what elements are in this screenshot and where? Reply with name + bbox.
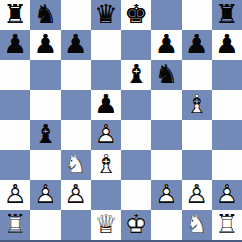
white-bishop[interactable]: ♝♗ — [91, 150, 121, 180]
black-bishop[interactable]: ♝♗ — [30, 120, 60, 150]
white-queen[interactable]: ♛♕ — [91, 210, 121, 240]
square-b8[interactable]: ♞♘ — [30, 0, 60, 30]
square-h4[interactable] — [212, 120, 242, 150]
white-bishop[interactable]: ♝♗ — [182, 90, 212, 120]
square-f7[interactable]: ♟♙ — [151, 30, 181, 60]
square-b5[interactable] — [30, 90, 60, 120]
white-pawn-outline-icon: ♙ — [182, 181, 212, 207]
white-pawn-outline-icon: ♙ — [91, 121, 121, 147]
white-pawn-icon: ♟ — [151, 181, 181, 207]
white-king[interactable]: ♚♔ — [121, 210, 151, 240]
square-a6[interactable] — [0, 60, 30, 90]
black-rook[interactable]: ♜♖ — [212, 0, 242, 30]
square-a5[interactable] — [0, 90, 30, 120]
black-knight[interactable]: ♞♘ — [151, 60, 181, 90]
white-pawn-icon: ♟ — [91, 121, 121, 147]
black-bishop-icon: ♝ — [121, 61, 151, 87]
white-rook[interactable]: ♜♖ — [0, 210, 30, 240]
square-h8[interactable]: ♜♖ — [212, 0, 242, 30]
white-pawn-outline-icon: ♙ — [212, 181, 242, 207]
square-g7[interactable]: ♟♙ — [182, 30, 212, 60]
square-b1[interactable] — [30, 210, 60, 240]
square-a4[interactable] — [0, 120, 30, 150]
square-d4[interactable]: ♟♙ — [91, 120, 121, 150]
white-pawn[interactable]: ♟♙ — [61, 180, 91, 210]
square-e4[interactable] — [121, 120, 151, 150]
black-pawn-outline-icon: ♙ — [212, 31, 242, 57]
square-b6[interactable] — [30, 60, 60, 90]
black-queen-outline-icon: ♕ — [91, 1, 121, 27]
white-knight-outline-icon: ♘ — [61, 151, 91, 177]
black-pawn-icon: ♟ — [182, 31, 212, 57]
square-g6[interactable] — [182, 60, 212, 90]
square-f2[interactable]: ♟♙ — [151, 180, 181, 210]
black-pawn[interactable]: ♟♙ — [61, 30, 91, 60]
square-c4[interactable] — [61, 120, 91, 150]
square-b2[interactable]: ♟♙ — [30, 180, 60, 210]
black-knight-icon: ♞ — [30, 1, 60, 27]
square-h2[interactable]: ♟♙ — [212, 180, 242, 210]
white-bishop-icon: ♝ — [182, 91, 212, 117]
white-pawn-icon: ♟ — [0, 181, 30, 207]
white-rook-icon: ♜ — [0, 211, 30, 237]
square-d7[interactable] — [91, 30, 121, 60]
black-pawn[interactable]: ♟♙ — [151, 30, 181, 60]
square-f6[interactable]: ♞♘ — [151, 60, 181, 90]
square-h7[interactable]: ♟♙ — [212, 30, 242, 60]
square-h1[interactable]: ♜♖ — [212, 210, 242, 240]
square-b7[interactable]: ♟♙ — [30, 30, 60, 60]
square-f8[interactable] — [151, 0, 181, 30]
square-f1[interactable] — [151, 210, 181, 240]
black-pawn-outline-icon: ♙ — [151, 31, 181, 57]
black-bishop-outline-icon: ♗ — [30, 121, 60, 147]
square-f3[interactable] — [151, 150, 181, 180]
square-e5[interactable] — [121, 90, 151, 120]
black-king[interactable]: ♚♔ — [121, 0, 151, 30]
black-pawn-outline-icon: ♙ — [61, 31, 91, 57]
white-pawn-icon: ♟ — [30, 181, 60, 207]
square-g8[interactable] — [182, 0, 212, 30]
black-knight[interactable]: ♞♘ — [30, 0, 60, 30]
white-knight-icon: ♞ — [61, 151, 91, 177]
square-h6[interactable] — [212, 60, 242, 90]
square-d6[interactable] — [91, 60, 121, 90]
square-e2[interactable] — [121, 180, 151, 210]
black-knight-icon: ♞ — [151, 61, 181, 87]
black-pawn-icon: ♟ — [61, 31, 91, 57]
black-pawn-icon: ♟ — [151, 31, 181, 57]
black-pawn-icon: ♟ — [0, 31, 30, 57]
chess-board: ♜♖♞♘♛♕♚♔♜♖♟♙♟♙♟♙♟♙♟♙♟♙♝♗♞♘♟♙♝♗♝♗♟♙♞♘♝♗♟♙… — [0, 0, 242, 242]
square-a1[interactable]: ♜♖ — [0, 210, 30, 240]
white-bishop-icon: ♝ — [91, 151, 121, 177]
white-rook[interactable]: ♜♖ — [212, 210, 242, 240]
white-rook-icon: ♜ — [212, 211, 242, 237]
square-d2[interactable] — [91, 180, 121, 210]
square-c7[interactable]: ♟♙ — [61, 30, 91, 60]
square-a2[interactable]: ♟♙ — [0, 180, 30, 210]
black-rook-icon: ♜ — [0, 1, 30, 27]
square-d8[interactable]: ♛♕ — [91, 0, 121, 30]
square-b4[interactable]: ♝♗ — [30, 120, 60, 150]
white-pawn[interactable]: ♟♙ — [30, 180, 60, 210]
white-rook-outline-icon: ♖ — [212, 211, 242, 237]
white-king-icon: ♚ — [121, 211, 151, 237]
square-c5[interactable] — [61, 90, 91, 120]
white-knight[interactable]: ♞♘ — [61, 150, 91, 180]
square-d3[interactable]: ♝♗ — [91, 150, 121, 180]
black-pawn[interactable]: ♟♙ — [182, 30, 212, 60]
white-pawn-outline-icon: ♙ — [30, 181, 60, 207]
square-c8[interactable] — [61, 0, 91, 30]
square-a7[interactable]: ♟♙ — [0, 30, 30, 60]
white-queen-icon: ♛ — [91, 211, 121, 237]
black-king-outline-icon: ♔ — [121, 1, 151, 27]
black-rook-icon: ♜ — [212, 1, 242, 27]
black-pawn-icon: ♟ — [30, 31, 60, 57]
black-bishop-outline-icon: ♗ — [121, 61, 151, 87]
white-knight-icon: ♞ — [182, 211, 212, 237]
square-d1[interactable]: ♛♕ — [91, 210, 121, 240]
white-knight[interactable]: ♞♘ — [182, 210, 212, 240]
square-h3[interactable] — [212, 150, 242, 180]
white-pawn[interactable]: ♟♙ — [151, 180, 181, 210]
square-d5[interactable]: ♟♙ — [91, 90, 121, 120]
square-a3[interactable] — [0, 150, 30, 180]
white-pawn-outline-icon: ♙ — [151, 181, 181, 207]
white-queen-outline-icon: ♕ — [91, 211, 121, 237]
white-pawn-outline-icon: ♙ — [0, 181, 30, 207]
white-bishop-outline-icon: ♗ — [91, 151, 121, 177]
black-queen[interactable]: ♛♕ — [91, 0, 121, 30]
square-g1[interactable]: ♞♘ — [182, 210, 212, 240]
black-rook-outline-icon: ♖ — [212, 1, 242, 27]
white-pawn[interactable]: ♟♙ — [91, 120, 121, 150]
black-knight-outline-icon: ♘ — [30, 1, 60, 27]
square-b3[interactable] — [30, 150, 60, 180]
white-pawn-icon: ♟ — [61, 181, 91, 207]
black-pawn-outline-icon: ♙ — [182, 31, 212, 57]
black-rook-outline-icon: ♖ — [0, 1, 30, 27]
black-bishop-icon: ♝ — [30, 121, 60, 147]
black-pawn-outline-icon: ♙ — [0, 31, 30, 57]
black-bishop[interactable]: ♝♗ — [121, 60, 151, 90]
square-e8[interactable]: ♚♔ — [121, 0, 151, 30]
black-pawn[interactable]: ♟♙ — [91, 90, 121, 120]
square-c6[interactable] — [61, 60, 91, 90]
white-pawn[interactable]: ♟♙ — [0, 180, 30, 210]
white-rook-outline-icon: ♖ — [0, 211, 30, 237]
black-pawn[interactable]: ♟♙ — [212, 30, 242, 60]
white-pawn[interactable]: ♟♙ — [182, 180, 212, 210]
white-pawn-outline-icon: ♙ — [61, 181, 91, 207]
black-pawn-outline-icon: ♙ — [30, 31, 60, 57]
square-c1[interactable] — [61, 210, 91, 240]
square-c2[interactable]: ♟♙ — [61, 180, 91, 210]
square-f4[interactable] — [151, 120, 181, 150]
square-e1[interactable]: ♚♔ — [121, 210, 151, 240]
square-c3[interactable]: ♞♘ — [61, 150, 91, 180]
square-g2[interactable]: ♟♙ — [182, 180, 212, 210]
square-g3[interactable] — [182, 150, 212, 180]
square-e6[interactable]: ♝♗ — [121, 60, 151, 90]
square-h5[interactable] — [212, 90, 242, 120]
square-g5[interactable]: ♝♗ — [182, 90, 212, 120]
black-king-icon: ♚ — [121, 1, 151, 27]
black-pawn-icon: ♟ — [91, 91, 121, 117]
white-bishop-outline-icon: ♗ — [182, 91, 212, 117]
square-f5[interactable] — [151, 90, 181, 120]
white-pawn-icon: ♟ — [182, 181, 212, 207]
white-knight-outline-icon: ♘ — [182, 211, 212, 237]
black-pawn[interactable]: ♟♙ — [0, 30, 30, 60]
white-pawn-icon: ♟ — [212, 181, 242, 207]
black-rook[interactable]: ♜♖ — [0, 0, 30, 30]
white-king-outline-icon: ♔ — [121, 211, 151, 237]
square-e7[interactable] — [121, 30, 151, 60]
white-pawn[interactable]: ♟♙ — [212, 180, 242, 210]
black-pawn-outline-icon: ♙ — [91, 91, 121, 117]
black-pawn-icon: ♟ — [212, 31, 242, 57]
square-g4[interactable] — [182, 120, 212, 150]
black-queen-icon: ♛ — [91, 1, 121, 27]
square-e3[interactable] — [121, 150, 151, 180]
black-knight-outline-icon: ♘ — [151, 61, 181, 87]
square-a8[interactable]: ♜♖ — [0, 0, 30, 30]
chess-board-wrapper: ♜♖♞♘♛♕♚♔♜♖♟♙♟♙♟♙♟♙♟♙♟♙♝♗♞♘♟♙♝♗♝♗♟♙♞♘♝♗♟♙… — [0, 0, 242, 242]
black-pawn[interactable]: ♟♙ — [30, 30, 60, 60]
